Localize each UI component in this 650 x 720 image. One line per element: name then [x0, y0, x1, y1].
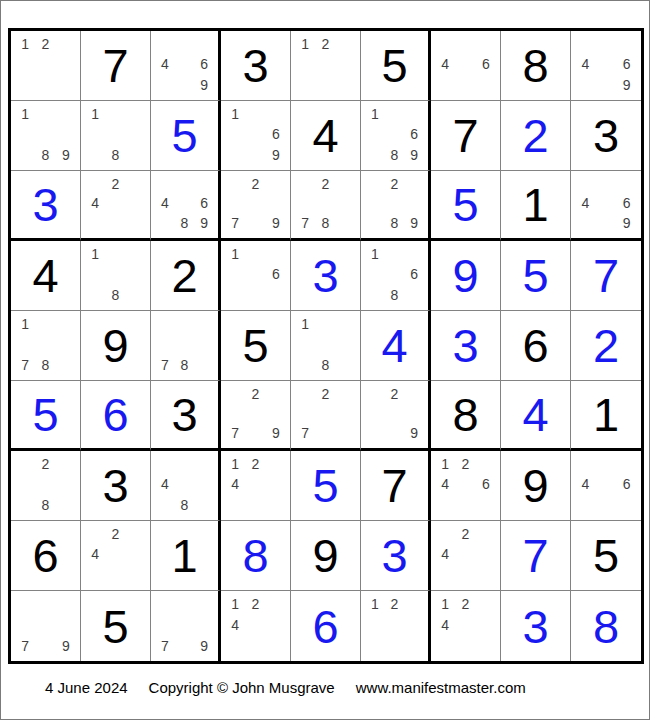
cell-r6c6[interactable]: 29 [361, 381, 431, 451]
candidate-digit: 8 [105, 145, 125, 165]
given-digit: 5 [361, 31, 428, 100]
candidate-digit: 6 [476, 474, 496, 494]
cell-r4c7[interactable]: 9 [431, 241, 501, 311]
cell-r9c1[interactable]: 79 [11, 591, 81, 661]
cell-r8c2[interactable]: 24 [81, 521, 151, 591]
candidate-digit: 1 [85, 244, 105, 264]
cell-r7c5[interactable]: 5 [291, 451, 361, 521]
cell-r9c7[interactable]: 124 [431, 591, 501, 661]
given-digit: 1 [151, 521, 218, 590]
cell-r2c7[interactable]: 7 [431, 101, 501, 171]
pencil-marks: 12 [11, 31, 80, 100]
solved-digit: 5 [291, 451, 360, 520]
given-digit: 9 [501, 451, 570, 520]
given-digit: 4 [291, 101, 360, 170]
cell-r2c9[interactable]: 3 [571, 101, 641, 171]
candidate-digit: 4 [85, 194, 105, 214]
candidate-digit: 7 [295, 213, 315, 233]
pencil-marks: 16 [221, 241, 290, 310]
candidate-digit: 8 [175, 213, 195, 233]
candidate-digit: 4 [575, 474, 596, 494]
candidate-digit: 4 [225, 615, 245, 636]
candidate-digit: 1 [435, 594, 455, 615]
given-digit: 8 [501, 31, 570, 100]
candidate-digit: 8 [35, 355, 55, 375]
cell-r2c8[interactable]: 2 [501, 101, 571, 171]
candidate-digit: 8 [105, 285, 125, 305]
candidate-digit: 1 [225, 594, 245, 615]
cell-r2c1[interactable]: 189 [11, 101, 81, 171]
cell-r1c9[interactable]: 469 [571, 31, 641, 101]
solved-digit: 5 [151, 101, 218, 170]
candidate-digit: 9 [266, 423, 286, 443]
pencil-marks: 12 [361, 591, 428, 661]
given-digit: 4 [11, 241, 80, 310]
solved-digit: 2 [501, 101, 570, 170]
candidate-digit: 1 [15, 314, 35, 334]
cell-r8c3[interactable]: 1 [151, 521, 221, 591]
candidate-digit: 1 [225, 104, 245, 124]
given-digit: 9 [81, 311, 150, 380]
given-digit: 2 [151, 241, 218, 310]
candidate-digit: 4 [435, 54, 455, 74]
cell-r4c3[interactable]: 2 [151, 241, 221, 311]
given-digit: 3 [151, 381, 218, 448]
candidate-digit: 2 [245, 594, 265, 615]
candidate-digit: 4 [435, 544, 455, 564]
candidate-digit: 9 [266, 213, 286, 233]
cell-r9c6[interactable]: 12 [361, 591, 431, 661]
cell-r6c5[interactable]: 27 [291, 381, 361, 451]
pencil-marks: 27 [291, 381, 360, 448]
pencil-marks: 1246 [431, 451, 500, 520]
cell-r9c3[interactable]: 79 [151, 591, 221, 661]
cell-r3c2[interactable]: 24 [81, 171, 151, 241]
cell-r3c3[interactable]: 4689 [151, 171, 221, 241]
cell-r5c4[interactable]: 5 [221, 311, 291, 381]
candidate-digit: 8 [35, 495, 55, 515]
cell-r6c2[interactable]: 6 [81, 381, 151, 451]
footer-website: www.manifestmaster.com [356, 679, 526, 696]
cell-r3c5[interactable]: 278 [291, 171, 361, 241]
candidate-digit: 1 [365, 244, 385, 264]
cell-r5c2[interactable]: 9 [81, 311, 151, 381]
candidate-digit: 9 [616, 75, 637, 95]
candidate-digit: 4 [225, 474, 245, 494]
cell-r6c1[interactable]: 5 [11, 381, 81, 451]
candidate-digit: 6 [266, 264, 286, 284]
candidate-digit: 2 [315, 34, 335, 54]
candidate-digit: 9 [194, 75, 214, 95]
cell-r6c8[interactable]: 4 [501, 381, 571, 451]
pencil-marks: 124 [431, 591, 500, 661]
candidate-digit: 7 [155, 635, 175, 656]
cell-r2c2[interactable]: 18 [81, 101, 151, 171]
candidate-digit: 2 [35, 34, 55, 54]
cell-r4c5[interactable]: 3 [291, 241, 361, 311]
pencil-marks: 48 [151, 451, 218, 520]
solved-digit: 9 [431, 241, 500, 310]
cell-r7c7[interactable]: 1246 [431, 451, 501, 521]
pencil-marks: 46 [571, 451, 641, 520]
cell-r2c4[interactable]: 169 [221, 101, 291, 171]
solved-digit: 4 [361, 311, 428, 380]
cell-r1c4[interactable]: 3 [221, 31, 291, 101]
footer: 4 June 2024 Copyright © John Musgrave ww… [1, 661, 650, 713]
given-digit: 5 [221, 311, 290, 380]
candidate-digit: 7 [225, 423, 245, 443]
pencil-marks: 28 [11, 451, 80, 520]
candidate-digit: 4 [575, 54, 596, 74]
cell-r8c8[interactable]: 7 [501, 521, 571, 591]
candidate-digit: 6 [404, 124, 424, 144]
solved-digit: 5 [431, 171, 500, 238]
candidate-digit: 2 [105, 174, 125, 194]
pencil-marks: 18 [81, 241, 150, 310]
solved-digit: 3 [11, 171, 80, 238]
cell-r1c5[interactable]: 12 [291, 31, 361, 101]
cell-r1c7[interactable]: 46 [431, 31, 501, 101]
pencil-marks: 278 [291, 171, 360, 238]
candidate-digit: 9 [56, 145, 76, 165]
candidate-digit: 7 [15, 355, 35, 375]
given-digit: 5 [571, 521, 641, 590]
cell-r4c1[interactable]: 4 [11, 241, 81, 311]
pencil-marks: 169 [221, 101, 290, 170]
candidate-digit: 6 [616, 474, 637, 494]
candidate-digit: 8 [385, 145, 405, 165]
candidate-digit: 9 [266, 145, 286, 165]
candidate-digit: 6 [476, 54, 496, 74]
solved-digit: 6 [81, 381, 150, 448]
given-digit: 9 [291, 521, 360, 590]
candidate-digit: 2 [315, 174, 335, 194]
given-digit: 3 [221, 31, 290, 100]
candidate-digit: 2 [245, 384, 265, 404]
candidate-digit: 9 [616, 213, 637, 233]
cell-r8c6[interactable]: 3 [361, 521, 431, 591]
cell-r5c5[interactable]: 18 [291, 311, 361, 381]
cell-r7c8[interactable]: 9 [501, 451, 571, 521]
cell-r1c1[interactable]: 12 [11, 31, 81, 101]
cell-r5c8[interactable]: 6 [501, 311, 571, 381]
given-digit: 1 [571, 381, 641, 448]
cell-r9c4[interactable]: 124 [221, 591, 291, 661]
cell-r1c8[interactable]: 8 [501, 31, 571, 101]
candidate-digit: 4 [575, 194, 596, 214]
pencil-marks: 79 [11, 591, 80, 661]
pencil-marks: 4689 [151, 171, 218, 238]
candidate-digit: 1 [295, 314, 315, 334]
cell-r9c5[interactable]: 6 [291, 591, 361, 661]
solved-digit: 3 [361, 521, 428, 590]
pencil-marks: 469 [571, 171, 641, 238]
candidate-digit: 6 [194, 54, 214, 74]
given-digit: 5 [81, 591, 150, 661]
candidate-digit: 2 [35, 454, 55, 474]
candidate-digit: 1 [295, 34, 315, 54]
cell-r3c7[interactable]: 5 [431, 171, 501, 241]
solved-digit: 8 [221, 521, 290, 590]
candidate-digit: 8 [35, 145, 55, 165]
cell-r5c7[interactable]: 3 [431, 311, 501, 381]
given-digit: 7 [81, 31, 150, 100]
cell-r5c3[interactable]: 78 [151, 311, 221, 381]
pencil-marks: 279 [221, 381, 290, 448]
given-digit: 6 [11, 521, 80, 590]
pencil-marks: 18 [291, 311, 360, 380]
cell-r7c4[interactable]: 124 [221, 451, 291, 521]
candidate-digit: 2 [315, 384, 335, 404]
cell-r6c7[interactable]: 8 [431, 381, 501, 451]
candidate-digit: 8 [315, 213, 335, 233]
candidate-digit: 1 [85, 104, 105, 124]
solved-digit: 7 [571, 241, 641, 310]
candidate-digit: 6 [266, 124, 286, 144]
given-digit: 8 [431, 381, 500, 448]
candidate-digit: 2 [455, 454, 475, 474]
candidate-digit: 2 [245, 454, 265, 474]
cell-r3c6[interactable]: 289 [361, 171, 431, 241]
pencil-marks: 279 [221, 171, 290, 238]
candidate-digit: 8 [385, 285, 405, 305]
candidate-digit: 9 [194, 213, 214, 233]
candidate-digit: 4 [435, 474, 455, 494]
candidate-digit: 9 [404, 423, 424, 443]
given-digit: 6 [501, 311, 570, 380]
candidate-digit: 6 [404, 264, 424, 284]
candidate-digit: 6 [194, 194, 214, 214]
candidate-digit: 1 [365, 104, 385, 124]
candidate-digit: 2 [385, 384, 405, 404]
cell-r2c5[interactable]: 4 [291, 101, 361, 171]
cell-r8c9[interactable]: 5 [571, 521, 641, 591]
candidate-digit: 7 [225, 213, 245, 233]
candidate-digit: 9 [404, 213, 424, 233]
cell-r8c5[interactable]: 9 [291, 521, 361, 591]
cell-r7c9[interactable]: 46 [571, 451, 641, 521]
candidate-digit: 2 [105, 524, 125, 544]
solved-digit: 6 [291, 591, 360, 661]
candidate-digit: 8 [175, 355, 195, 375]
given-digit: 1 [501, 171, 570, 238]
footer-date: 4 June 2024 [45, 679, 128, 696]
candidate-digit: 9 [56, 635, 76, 656]
candidate-digit: 1 [435, 454, 455, 474]
cell-r9c2[interactable]: 5 [81, 591, 151, 661]
cell-r6c9[interactable]: 1 [571, 381, 641, 451]
candidate-digit: 9 [194, 635, 214, 656]
solved-digit: 3 [291, 241, 360, 310]
cell-r4c4[interactable]: 16 [221, 241, 291, 311]
cell-r3c9[interactable]: 469 [571, 171, 641, 241]
pencil-marks: 18 [81, 101, 150, 170]
solved-digit: 5 [11, 381, 80, 448]
pencil-marks: 79 [151, 591, 218, 661]
candidate-digit: 6 [616, 194, 637, 214]
cell-r4c8[interactable]: 5 [501, 241, 571, 311]
given-digit: 3 [81, 451, 150, 520]
candidate-digit: 1 [225, 244, 245, 264]
cell-r3c1[interactable]: 3 [11, 171, 81, 241]
candidate-digit: 9 [404, 145, 424, 165]
footer-copyright: Copyright © John Musgrave [149, 679, 335, 696]
pencil-marks: 178 [11, 311, 80, 380]
cell-r5c9[interactable]: 2 [571, 311, 641, 381]
candidate-digit: 4 [435, 615, 455, 636]
candidate-digit: 7 [15, 635, 35, 656]
candidate-digit: 1 [225, 454, 245, 474]
candidate-digit: 4 [155, 474, 175, 494]
candidate-digit: 2 [455, 594, 475, 615]
pencil-marks: 78 [151, 311, 218, 380]
solved-digit: 2 [571, 311, 641, 380]
cell-r2c3[interactable]: 5 [151, 101, 221, 171]
pencil-marks: 24 [81, 171, 150, 238]
candidate-digit: 2 [455, 524, 475, 544]
cell-r7c6[interactable]: 7 [361, 451, 431, 521]
cell-r4c6[interactable]: 168 [361, 241, 431, 311]
candidate-digit: 4 [85, 544, 105, 564]
cell-r6c4[interactable]: 279 [221, 381, 291, 451]
pencil-marks: 24 [81, 521, 150, 590]
cell-r8c4[interactable]: 8 [221, 521, 291, 591]
cell-r2c6[interactable]: 1689 [361, 101, 431, 171]
cell-r8c1[interactable]: 6 [11, 521, 81, 591]
cell-r1c2[interactable]: 7 [81, 31, 151, 101]
solved-digit: 8 [571, 591, 641, 661]
pencil-marks: 168 [361, 241, 428, 310]
cell-r5c6[interactable]: 4 [361, 311, 431, 381]
candidate-digit: 2 [385, 174, 405, 194]
pencil-marks: 24 [431, 521, 500, 590]
given-digit: 3 [571, 101, 641, 170]
candidate-digit: 7 [295, 423, 315, 443]
candidate-digit: 7 [155, 355, 175, 375]
pencil-marks: 29 [361, 381, 428, 448]
cell-r4c2[interactable]: 18 [81, 241, 151, 311]
pencil-marks: 1689 [361, 101, 428, 170]
pencil-marks: 469 [571, 31, 641, 100]
solved-digit: 5 [501, 241, 570, 310]
candidate-digit: 4 [155, 194, 175, 214]
cell-r8c7[interactable]: 24 [431, 521, 501, 591]
pencil-marks: 289 [361, 171, 428, 238]
solved-digit: 4 [501, 381, 570, 448]
given-digit: 7 [431, 101, 500, 170]
cell-r7c3[interactable]: 48 [151, 451, 221, 521]
candidate-digit: 8 [175, 495, 195, 515]
cell-r1c3[interactable]: 469 [151, 31, 221, 101]
candidate-digit: 4 [155, 54, 175, 74]
cell-r3c4[interactable]: 279 [221, 171, 291, 241]
candidate-digit: 8 [385, 213, 405, 233]
solved-digit: 3 [501, 591, 570, 661]
cell-r7c1[interactable]: 28 [11, 451, 81, 521]
solved-digit: 3 [431, 311, 500, 380]
candidate-digit: 1 [365, 594, 385, 615]
cell-r9c9[interactable]: 8 [571, 591, 641, 661]
solved-digit: 7 [501, 521, 570, 590]
pencil-marks: 469 [151, 31, 218, 100]
cell-r4c9[interactable]: 7 [571, 241, 641, 311]
candidate-digit: 2 [385, 594, 405, 615]
pencil-marks: 189 [11, 101, 80, 170]
cell-r7c2[interactable]: 3 [81, 451, 151, 521]
pencil-marks: 124 [221, 591, 290, 661]
candidate-digit: 1 [15, 34, 35, 54]
pencil-marks: 12 [291, 31, 360, 100]
sudoku-board: 1274693125468469189185169416897233244689… [8, 28, 644, 664]
candidate-digit: 2 [245, 174, 265, 194]
cell-r5c1[interactable]: 178 [11, 311, 81, 381]
cell-r3c8[interactable]: 1 [501, 171, 571, 241]
pencil-marks: 124 [221, 451, 290, 520]
cell-r6c3[interactable]: 3 [151, 381, 221, 451]
given-digit: 7 [361, 451, 428, 520]
candidate-digit: 6 [616, 54, 637, 74]
candidate-digit: 8 [315, 355, 335, 375]
pencil-marks: 46 [431, 31, 500, 100]
cell-r1c6[interactable]: 5 [361, 31, 431, 101]
cell-r9c8[interactable]: 3 [501, 591, 571, 661]
candidate-digit: 1 [15, 104, 35, 124]
